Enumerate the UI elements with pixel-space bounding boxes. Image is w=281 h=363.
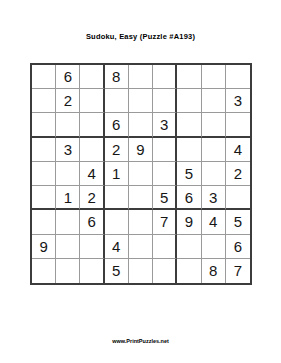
sudoku-cell-r7c1	[32, 210, 56, 234]
sudoku-cell-r3c7	[177, 113, 201, 137]
sudoku-cell-r9c3	[80, 259, 104, 283]
sudoku-cell-r3c2	[56, 113, 80, 137]
sudoku-cell-r5c9: 2	[226, 162, 250, 186]
sudoku-cell-r6c4	[105, 186, 129, 210]
sudoku-cell-r8c8	[202, 235, 226, 259]
sudoku-cell-r5c6	[153, 162, 177, 186]
sudoku-cell-r4c1	[32, 138, 56, 162]
sudoku-cell-r2c1	[32, 89, 56, 113]
sudoku-cell-r2c8	[202, 89, 226, 113]
sudoku-cell-r1c2: 6	[56, 65, 80, 89]
sudoku-cell-r4c6	[153, 138, 177, 162]
sudoku-cell-r7c2	[56, 210, 80, 234]
sudoku-cell-r1c3	[80, 65, 104, 89]
sudoku-cell-r9c6	[153, 259, 177, 283]
sudoku-cell-r7c8: 4	[202, 210, 226, 234]
sudoku-cell-r6c1	[32, 186, 56, 210]
sudoku-cell-r1c6	[153, 65, 177, 89]
sudoku-cell-r1c1	[32, 65, 56, 89]
sudoku-cell-r8c6	[153, 235, 177, 259]
sudoku-cell-r5c5	[129, 162, 153, 186]
sudoku-cell-r8c7	[177, 235, 201, 259]
sudoku-cell-r3c9	[226, 113, 250, 137]
puzzle-title: Sudoku, Easy (Puzzle #A193)	[0, 32, 281, 41]
sudoku-cell-r1c7	[177, 65, 201, 89]
sudoku-cell-r3c5	[129, 113, 153, 137]
sudoku-cell-r5c1	[32, 162, 56, 186]
sudoku-cell-r3c4: 6	[105, 113, 129, 137]
sudoku-cell-r9c1	[32, 259, 56, 283]
sudoku-cell-r2c9: 3	[226, 89, 250, 113]
sudoku-cell-r8c9: 6	[226, 235, 250, 259]
sudoku-cell-r1c9	[226, 65, 250, 89]
sudoku-cell-r2c4	[105, 89, 129, 113]
footer-url: www.PrintPuzzles.net	[0, 338, 281, 344]
sudoku-cell-r6c3: 2	[80, 186, 104, 210]
sudoku-cell-r8c2	[56, 235, 80, 259]
sudoku-cell-r6c6: 5	[153, 186, 177, 210]
sudoku-cell-r3c1	[32, 113, 56, 137]
sudoku-grid: 682363329441521256367945946587	[30, 63, 252, 285]
sudoku-cell-r4c2: 3	[56, 138, 80, 162]
sudoku-cell-r9c5	[129, 259, 153, 283]
sudoku-cell-r9c7	[177, 259, 201, 283]
sudoku-cell-r3c8	[202, 113, 226, 137]
sudoku-cell-r7c3: 6	[80, 210, 104, 234]
sudoku-cell-r2c7	[177, 89, 201, 113]
sudoku-cell-r3c6: 3	[153, 113, 177, 137]
sudoku-cell-r2c5	[129, 89, 153, 113]
sudoku-cell-r1c4: 8	[105, 65, 129, 89]
sudoku-cell-r4c5: 9	[129, 138, 153, 162]
sudoku-cell-r6c2: 1	[56, 186, 80, 210]
sudoku-cell-r5c3: 4	[80, 162, 104, 186]
sudoku-cell-r4c7	[177, 138, 201, 162]
sudoku-cell-r4c3	[80, 138, 104, 162]
sudoku-cell-r8c3	[80, 235, 104, 259]
sudoku-cell-r8c4: 4	[105, 235, 129, 259]
sudoku-cell-r8c5	[129, 235, 153, 259]
sudoku-cell-r6c7: 6	[177, 186, 201, 210]
sudoku-cell-r7c5	[129, 210, 153, 234]
sudoku-cell-r1c5	[129, 65, 153, 89]
sudoku-cell-r3c3	[80, 113, 104, 137]
sudoku-cell-r9c4: 5	[105, 259, 129, 283]
sudoku-cell-r7c9: 5	[226, 210, 250, 234]
sudoku-cell-r4c9: 4	[226, 138, 250, 162]
sudoku-cell-r2c3	[80, 89, 104, 113]
sudoku-cell-r2c2: 2	[56, 89, 80, 113]
sudoku-cell-r4c4: 2	[105, 138, 129, 162]
sudoku-cell-r5c2	[56, 162, 80, 186]
sudoku-cell-r9c9: 7	[226, 259, 250, 283]
sudoku-cell-r7c4	[105, 210, 129, 234]
sudoku-cell-r9c8: 8	[202, 259, 226, 283]
sudoku-cell-r7c7: 9	[177, 210, 201, 234]
sudoku-cell-r6c5	[129, 186, 153, 210]
sudoku-cell-r9c2	[56, 259, 80, 283]
sudoku-cell-r2c6	[153, 89, 177, 113]
sudoku-cell-r5c7: 5	[177, 162, 201, 186]
sudoku-cell-r6c9	[226, 186, 250, 210]
sudoku-cell-r7c6: 7	[153, 210, 177, 234]
sudoku-cell-r5c4: 1	[105, 162, 129, 186]
sudoku-cell-r4c8	[202, 138, 226, 162]
sudoku-cell-r6c8: 3	[202, 186, 226, 210]
sudoku-cell-r1c8	[202, 65, 226, 89]
sudoku-cell-r5c8	[202, 162, 226, 186]
sudoku-cell-r8c1: 9	[32, 235, 56, 259]
